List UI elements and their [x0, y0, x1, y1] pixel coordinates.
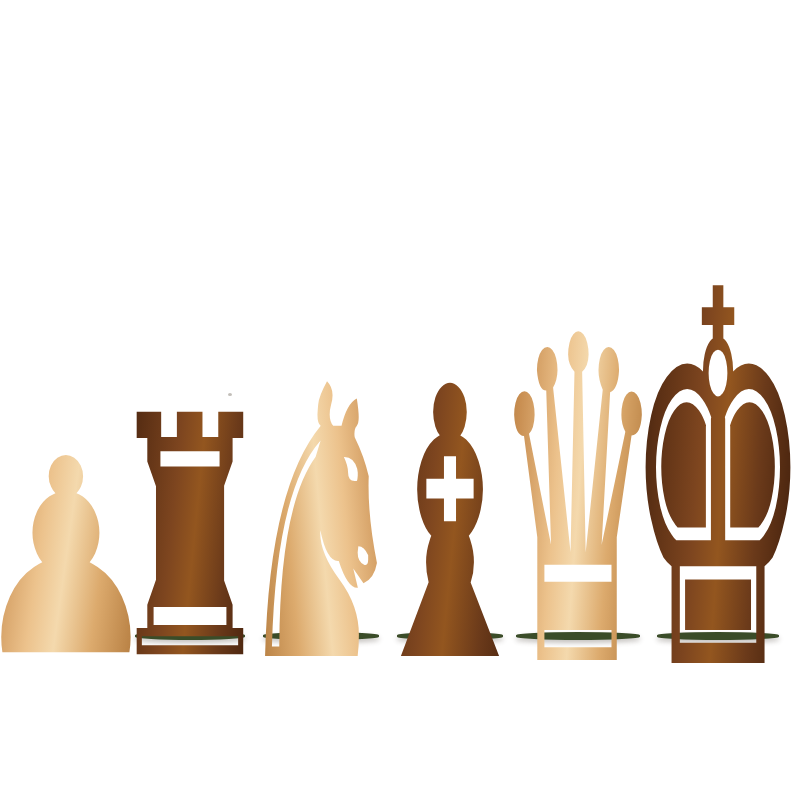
black-king-piece: ♚ — [625, 226, 800, 743]
chess-pieces-product-photo: ♟ ♜ ♞ ♝ ♛ ♚ — [0, 0, 800, 800]
